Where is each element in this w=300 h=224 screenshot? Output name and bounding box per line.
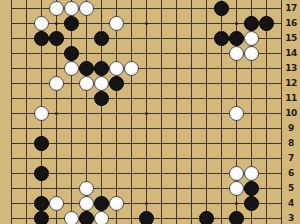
row-label: 9	[282, 123, 300, 133]
row-label: 8	[282, 138, 300, 148]
row-label: 3	[282, 213, 300, 223]
row-label: 6	[282, 168, 300, 178]
go-board[interactable]: 17161514131211109876543	[0, 0, 300, 224]
row-label: 17	[282, 3, 300, 13]
row-label: 11	[282, 93, 300, 103]
row-label: 7	[282, 153, 300, 163]
row-label: 13	[282, 63, 300, 73]
row-label: 4	[282, 198, 300, 208]
row-label: 12	[282, 78, 300, 88]
row-label: 16	[282, 18, 300, 28]
row-label: 15	[282, 33, 300, 43]
row-label-column: 17161514131211109876543	[0, 0, 300, 224]
row-label: 14	[282, 48, 300, 58]
row-label: 10	[282, 108, 300, 118]
row-label: 5	[282, 183, 300, 193]
